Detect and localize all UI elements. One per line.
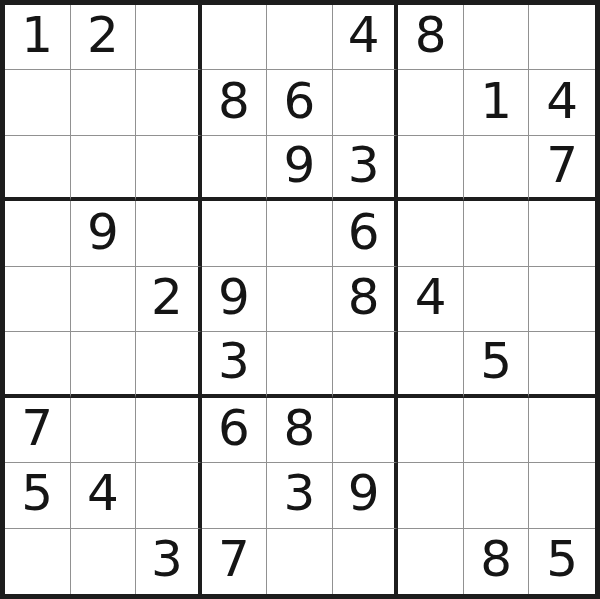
cell-r3c1[interactable] (5, 136, 71, 201)
cell-r6c9[interactable] (529, 332, 595, 397)
cell-r8c3[interactable] (136, 463, 202, 528)
cell-r9c4-given-7[interactable]: 7 (202, 529, 268, 594)
cell-r4c9[interactable] (529, 201, 595, 266)
cell-r2c6[interactable] (333, 70, 399, 135)
cell-r4c6-given-6[interactable]: 6 (333, 201, 399, 266)
cell-r2c8-given-1[interactable]: 1 (464, 70, 530, 135)
cell-r7c8[interactable] (464, 398, 530, 463)
cell-r2c4-given-8[interactable]: 8 (202, 70, 268, 135)
cell-r3c8[interactable] (464, 136, 530, 201)
cell-r3c2[interactable] (71, 136, 137, 201)
cell-r5c1[interactable] (5, 267, 71, 332)
cell-r7c1-given-7[interactable]: 7 (5, 398, 71, 463)
cell-r9c1[interactable] (5, 529, 71, 594)
cell-r7c6[interactable] (333, 398, 399, 463)
cell-r6c5[interactable] (267, 332, 333, 397)
cell-r5c8[interactable] (464, 267, 530, 332)
cell-r8c1-given-5[interactable]: 5 (5, 463, 71, 528)
cell-r7c9[interactable] (529, 398, 595, 463)
cell-r8c5-given-3[interactable]: 3 (267, 463, 333, 528)
cell-r9c3-given-3[interactable]: 3 (136, 529, 202, 594)
cell-r5c9[interactable] (529, 267, 595, 332)
cell-r4c5[interactable] (267, 201, 333, 266)
cell-r6c4-given-3[interactable]: 3 (202, 332, 268, 397)
cell-r1c3[interactable] (136, 5, 202, 70)
cell-r1c2-given-2[interactable]: 2 (71, 5, 137, 70)
cell-r1c4[interactable] (202, 5, 268, 70)
cell-r4c3[interactable] (136, 201, 202, 266)
cell-r6c2[interactable] (71, 332, 137, 397)
cell-r9c2[interactable] (71, 529, 137, 594)
cell-r9c9-given-5[interactable]: 5 (529, 529, 595, 594)
cell-r1c6-given-4[interactable]: 4 (333, 5, 399, 70)
cell-r2c1[interactable] (5, 70, 71, 135)
cell-r7c5-given-8[interactable]: 8 (267, 398, 333, 463)
cell-r6c1[interactable] (5, 332, 71, 397)
cell-r3c9-given-7[interactable]: 7 (529, 136, 595, 201)
cell-r1c8[interactable] (464, 5, 530, 70)
cell-r8c8[interactable] (464, 463, 530, 528)
cell-r9c7[interactable] (398, 529, 464, 594)
cell-r6c8-given-5[interactable]: 5 (464, 332, 530, 397)
cell-r2c9-given-4[interactable]: 4 (529, 70, 595, 135)
cell-r4c4[interactable] (202, 201, 268, 266)
cell-r6c3[interactable] (136, 332, 202, 397)
cell-r7c7[interactable] (398, 398, 464, 463)
cell-r3c3[interactable] (136, 136, 202, 201)
cell-r5c4-given-9[interactable]: 9 (202, 267, 268, 332)
sudoku-board: 124886149379629843576854393785 (0, 0, 600, 599)
cell-r1c9[interactable] (529, 5, 595, 70)
cell-r5c3-given-2[interactable]: 2 (136, 267, 202, 332)
cell-r8c7[interactable] (398, 463, 464, 528)
cell-r2c7[interactable] (398, 70, 464, 135)
cell-r7c4-given-6[interactable]: 6 (202, 398, 268, 463)
cell-r5c5[interactable] (267, 267, 333, 332)
cell-r6c6[interactable] (333, 332, 399, 397)
cell-r2c2[interactable] (71, 70, 137, 135)
cell-r3c4[interactable] (202, 136, 268, 201)
cell-r8c2-given-4[interactable]: 4 (71, 463, 137, 528)
cell-r1c1-given-1[interactable]: 1 (5, 5, 71, 70)
cell-r7c2[interactable] (71, 398, 137, 463)
cell-r1c7-given-8[interactable]: 8 (398, 5, 464, 70)
cell-r4c2-given-9[interactable]: 9 (71, 201, 137, 266)
cell-r9c5[interactable] (267, 529, 333, 594)
cell-r3c5-given-9[interactable]: 9 (267, 136, 333, 201)
cell-r6c7[interactable] (398, 332, 464, 397)
cell-r5c6-given-8[interactable]: 8 (333, 267, 399, 332)
cell-r8c4[interactable] (202, 463, 268, 528)
cell-r7c3[interactable] (136, 398, 202, 463)
cell-r9c6[interactable] (333, 529, 399, 594)
cell-r4c1[interactable] (5, 201, 71, 266)
cell-r8c6-given-9[interactable]: 9 (333, 463, 399, 528)
cell-r3c7[interactable] (398, 136, 464, 201)
cell-r4c7[interactable] (398, 201, 464, 266)
cell-r5c2[interactable] (71, 267, 137, 332)
cell-r2c5-given-6[interactable]: 6 (267, 70, 333, 135)
cell-r2c3[interactable] (136, 70, 202, 135)
cell-r3c6-given-3[interactable]: 3 (333, 136, 399, 201)
cell-r9c8-given-8[interactable]: 8 (464, 529, 530, 594)
cell-r8c9[interactable] (529, 463, 595, 528)
cell-r5c7-given-4[interactable]: 4 (398, 267, 464, 332)
cell-r1c5[interactable] (267, 5, 333, 70)
cell-r4c8[interactable] (464, 201, 530, 266)
